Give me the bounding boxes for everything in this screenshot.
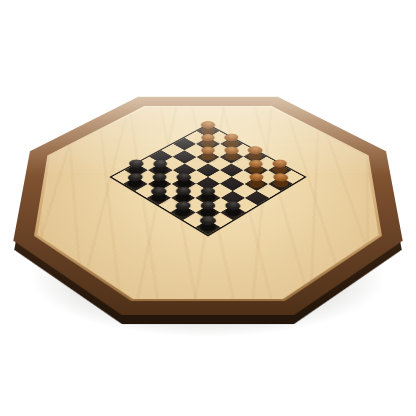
photo-stage — [0, 0, 416, 416]
perspective-scene — [0, 0, 416, 416]
octagonal-game-table — [0, 97, 416, 315]
